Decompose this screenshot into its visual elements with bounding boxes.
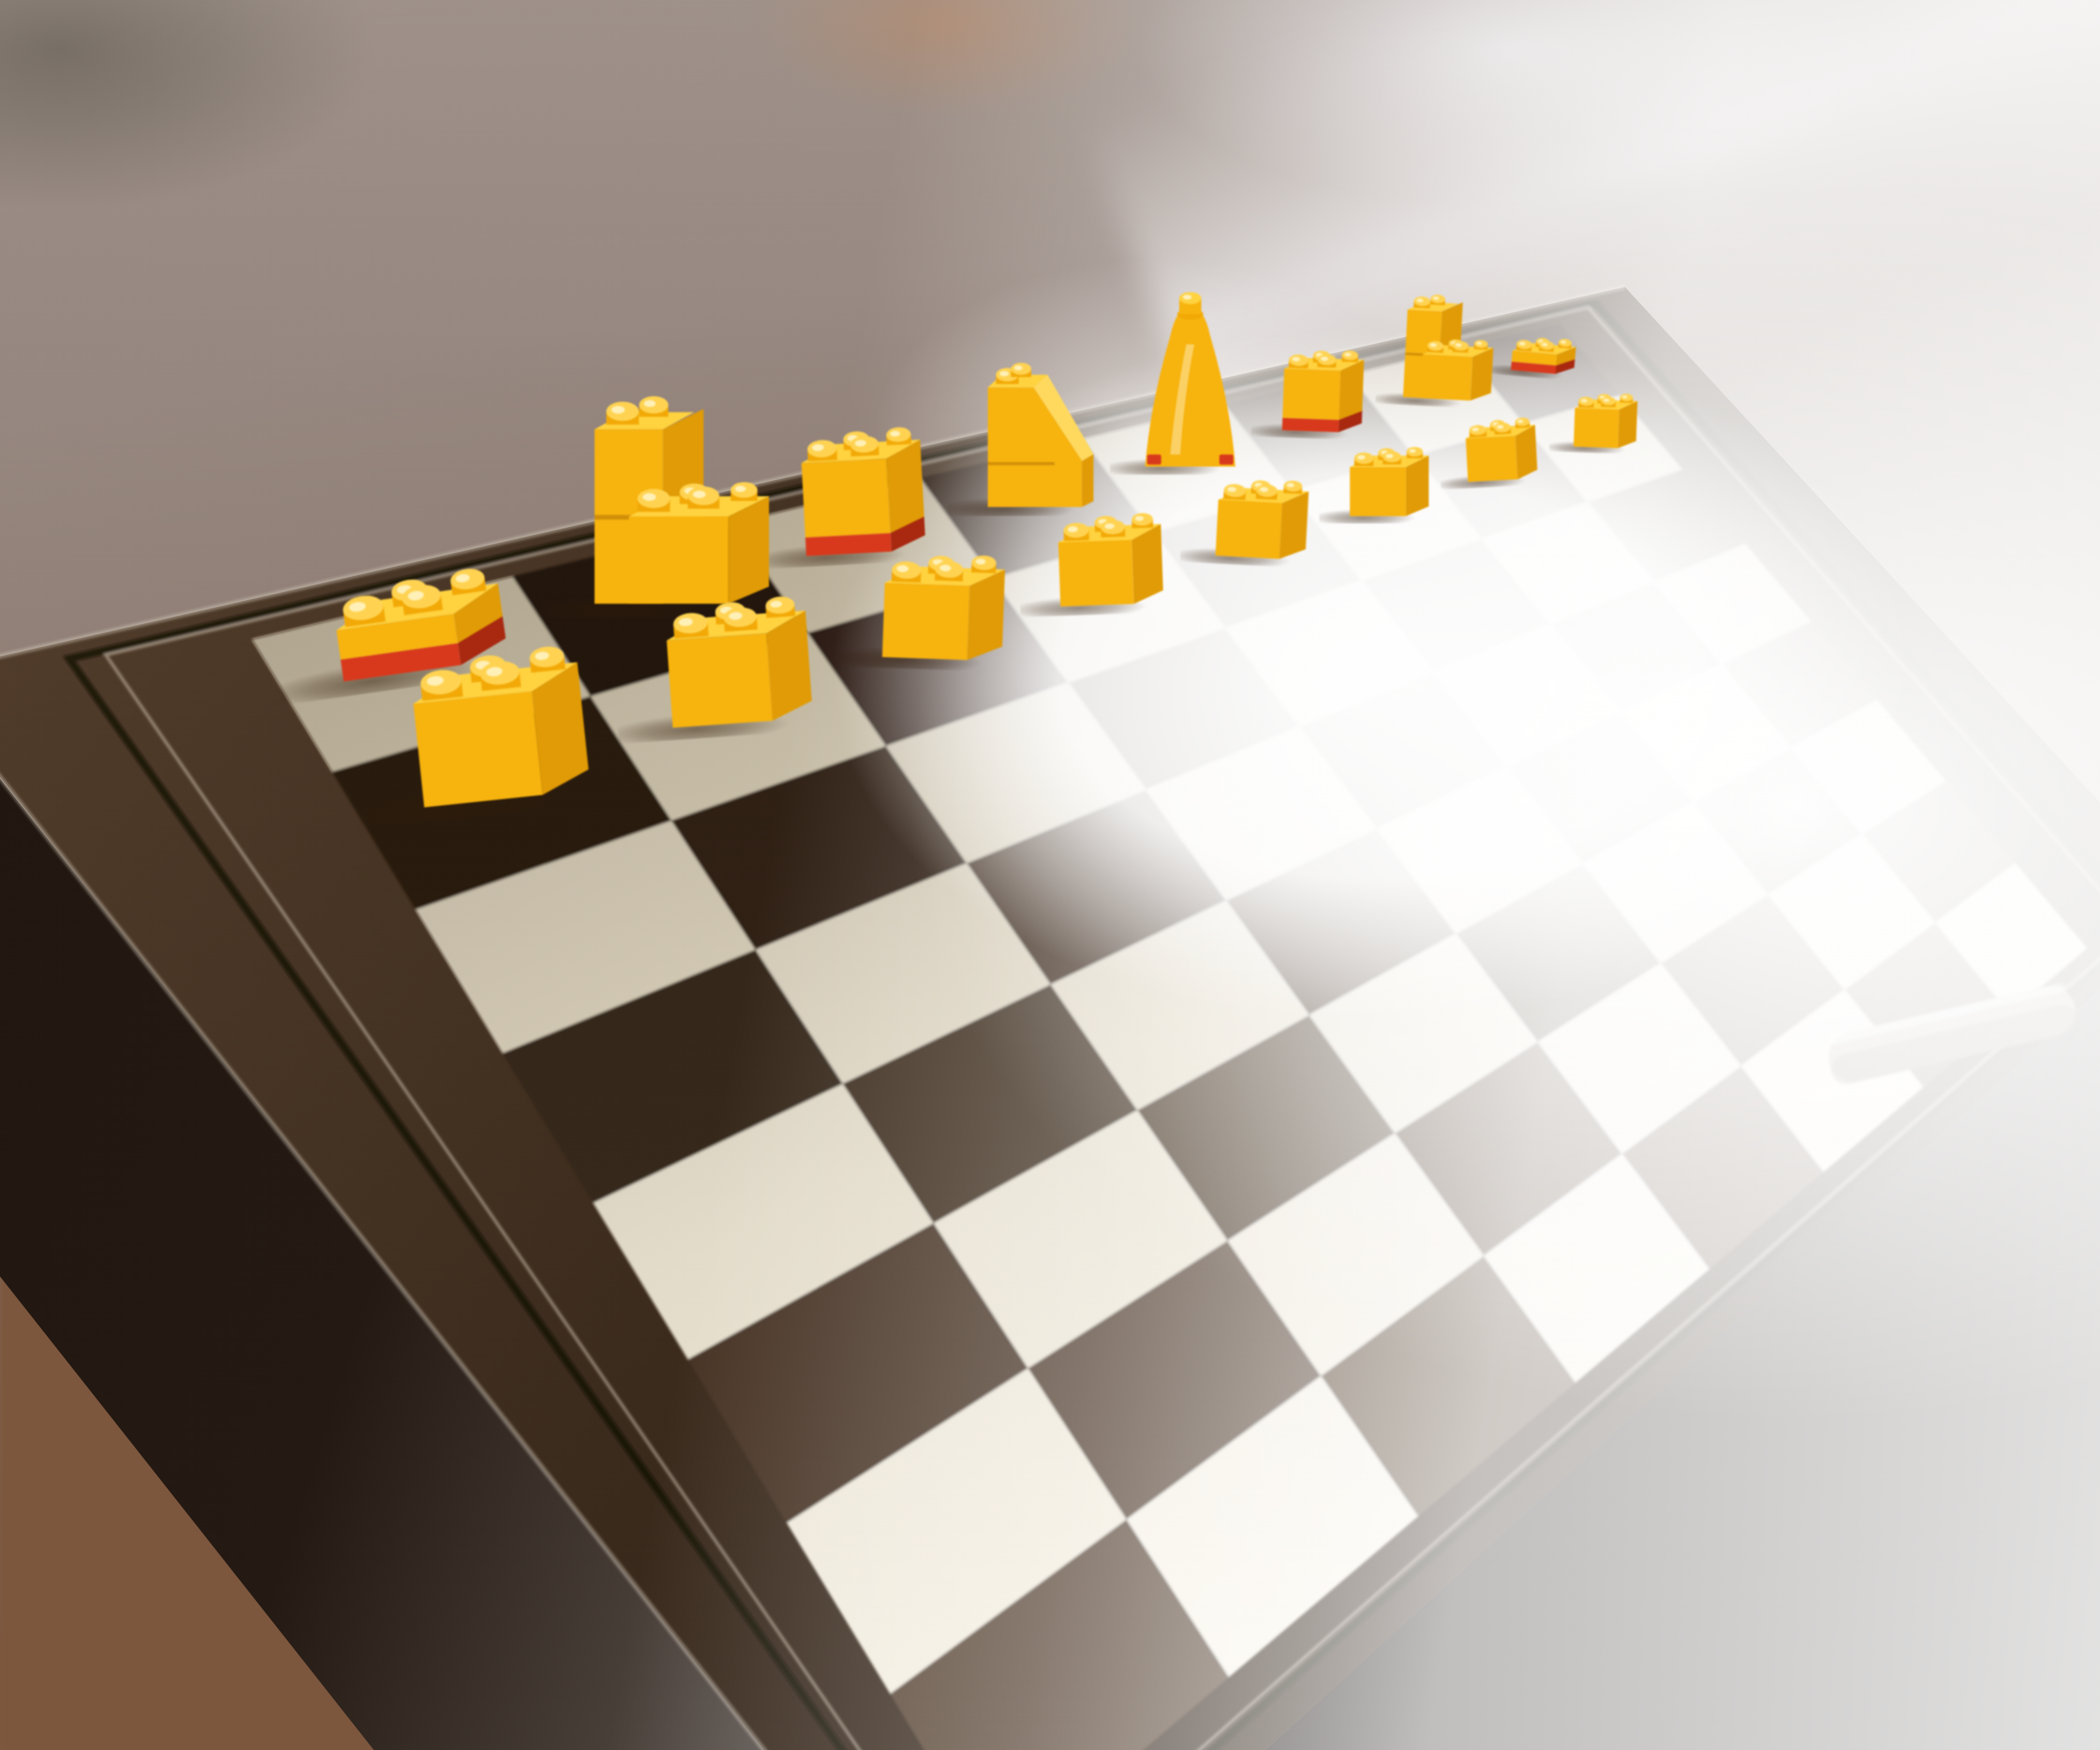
- chessboard-box: [0, 0, 2100, 1750]
- photo-scene: Overhead-angle photograph of a homemade …: [0, 0, 2100, 1750]
